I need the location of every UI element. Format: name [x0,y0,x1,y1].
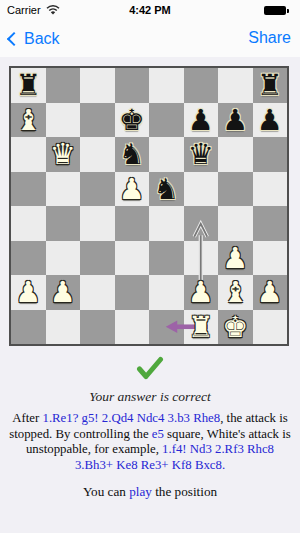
square-g2[interactable]: ♝ [218,275,253,310]
square-g8[interactable] [218,68,253,103]
square-f8[interactable] [184,68,219,103]
piece-white-pawn-g3[interactable]: ♟ [222,241,248,276]
square-b1[interactable] [46,310,81,345]
battery-icon [264,6,286,15]
screen: Carrier 4:42 PM Back Share ♜♜♝♚♟♟♟♛♞♛♟♞♟… [0,0,300,533]
piece-black-knight-e5[interactable]: ♞ [153,172,179,207]
back-button[interactable]: Back [9,28,60,50]
piece-white-pawn-f2[interactable]: ♟ [188,275,214,310]
square-f7[interactable]: ♟ [184,103,219,138]
square-e3[interactable] [149,241,184,276]
square-c5[interactable] [80,172,115,207]
play-position-line: You can play the position [0,484,300,500]
text-run: After [12,411,42,425]
piece-black-pawn-f7[interactable]: ♟ [188,103,214,138]
square-a1[interactable] [11,310,46,345]
square-d2[interactable] [115,275,150,310]
square-h1[interactable] [253,310,288,345]
square-d6[interactable]: ♞ [115,137,150,172]
result-message: Your answer is correct [0,389,300,405]
square-h4[interactable] [253,206,288,241]
square-e6[interactable] [149,137,184,172]
square-d5[interactable]: ♟ [115,172,150,207]
square-h8[interactable]: ♜ [253,68,288,103]
correct-checkmark-icon [136,356,164,380]
square-c3[interactable] [80,241,115,276]
piece-white-queen-b6[interactable]: ♛ [50,137,76,172]
square-g7[interactable]: ♟ [218,103,253,138]
square-g6[interactable] [218,137,253,172]
piece-white-pawn-d5[interactable]: ♟ [119,172,145,207]
piece-black-rook-a8[interactable]: ♜ [15,68,41,103]
square-f2[interactable]: ♟ [184,275,219,310]
square-a4[interactable] [11,206,46,241]
piece-white-bishop-a7[interactable]: ♝ [15,103,41,138]
square-f3[interactable] [184,241,219,276]
square-a8[interactable]: ♜ [11,68,46,103]
square-e4[interactable] [149,206,184,241]
back-chevron-icon [7,32,21,46]
piece-white-pawn-a2[interactable]: ♟ [15,275,41,310]
chess-board[interactable]: ♜♜♝♚♟♟♟♛♞♛♟♞♟♟♟♟♝♟♜♚ [9,66,289,346]
square-d7[interactable]: ♚ [115,103,150,138]
square-d8[interactable] [115,68,150,103]
text-run: the position [152,484,217,499]
square-b4[interactable] [46,206,81,241]
piece-white-pawn-b2[interactable]: ♟ [50,275,76,310]
square-e8[interactable] [149,68,184,103]
square-g4[interactable] [218,206,253,241]
square-b2[interactable]: ♟ [46,275,81,310]
square-b7[interactable] [46,103,81,138]
square-a2[interactable]: ♟ [11,275,46,310]
share-button[interactable]: Share [248,29,291,47]
piece-white-pawn-h2[interactable]: ♟ [257,275,283,310]
piece-black-knight-d6[interactable]: ♞ [119,137,145,172]
square-c2[interactable] [80,275,115,310]
piece-black-pawn-h7[interactable]: ♟ [257,103,283,138]
square-e1[interactable] [149,310,184,345]
battery-tip [287,9,289,13]
board-grid: ♜♜♝♚♟♟♟♛♞♛♟♞♟♟♟♟♝♟♜♚ [11,68,287,344]
square-b8[interactable] [46,68,81,103]
square-c6[interactable] [80,137,115,172]
square-h6[interactable] [253,137,288,172]
square-a5[interactable] [11,172,46,207]
square-a7[interactable]: ♝ [11,103,46,138]
status-bar: Carrier 4:42 PM [0,0,300,20]
square-c7[interactable] [80,103,115,138]
square-e5[interactable]: ♞ [149,172,184,207]
piece-black-queen-f6[interactable]: ♛ [188,137,214,172]
analysis-text: After 1.Re1? g5! 2.Qd4 Ndc4 3.b3 Rhe8, t… [6,411,294,473]
square-a3[interactable] [11,241,46,276]
square-e7[interactable] [149,103,184,138]
square-h3[interactable] [253,241,288,276]
square-f6[interactable]: ♛ [184,137,219,172]
square-c4[interactable] [80,206,115,241]
time-label: 4:42 PM [0,4,300,16]
piece-white-king-g1[interactable]: ♚ [222,310,248,345]
square-g5[interactable] [218,172,253,207]
square-d4[interactable] [115,206,150,241]
square-b5[interactable] [46,172,81,207]
square-h7[interactable]: ♟ [253,103,288,138]
square-b6[interactable]: ♛ [46,137,81,172]
square-g1[interactable]: ♚ [218,310,253,345]
square-d3[interactable] [115,241,150,276]
text-run: You can [83,484,129,499]
square-b3[interactable] [46,241,81,276]
square-c1[interactable] [80,310,115,345]
nav-bar: Back Share [0,20,300,57]
square-g3[interactable]: ♟ [218,241,253,276]
square-h5[interactable] [253,172,288,207]
move-link[interactable]: play [129,484,152,499]
square-h2[interactable]: ♟ [253,275,288,310]
piece-black-rook-h8[interactable]: ♜ [257,68,283,103]
back-label: Back [24,30,60,48]
square-f1[interactable]: ♜ [184,310,219,345]
square-e2[interactable] [149,275,184,310]
square-f4[interactable] [184,206,219,241]
square-f5[interactable] [184,172,219,207]
square-d1[interactable] [115,310,150,345]
piece-white-bishop-g2[interactable]: ♝ [222,275,248,310]
piece-black-pawn-g7[interactable]: ♟ [222,103,248,138]
move-link[interactable]: 1.Re1? g5! 2.Qd4 Ndc4 3.b3 Rhe8 [42,411,220,425]
move-link[interactable]: e5 [152,427,164,441]
piece-black-king-d7[interactable]: ♚ [119,103,145,138]
piece-white-rook-f1[interactable]: ♜ [188,310,214,345]
square-a6[interactable] [11,137,46,172]
square-c8[interactable] [80,68,115,103]
